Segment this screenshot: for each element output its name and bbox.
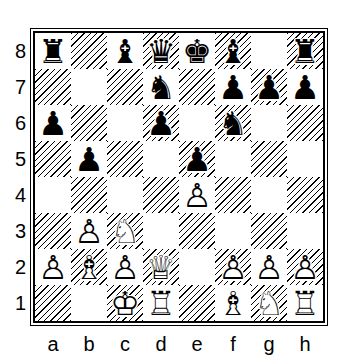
white-king-icon: ♔ xyxy=(107,285,143,321)
square-d8[interactable]: ♛♛ xyxy=(143,33,179,69)
square-g7[interactable]: ♟♟ xyxy=(251,69,287,105)
square-g8[interactable] xyxy=(251,33,287,69)
square-b3[interactable]: ♟♙ xyxy=(71,213,107,249)
white-pawn-halo: ♟ xyxy=(107,249,143,285)
white-knight-icon: ♘ xyxy=(251,285,287,321)
black-pawn-icon: ♟ xyxy=(251,69,287,105)
square-c2[interactable]: ♟♙ xyxy=(107,249,143,285)
white-knight-halo: ♞ xyxy=(251,285,287,321)
square-c3[interactable]: ♞♘ xyxy=(107,213,143,249)
square-f8[interactable]: ♝♝ xyxy=(215,33,251,69)
square-h4[interactable] xyxy=(287,177,323,213)
square-b7[interactable] xyxy=(71,69,107,105)
square-e7[interactable] xyxy=(179,69,215,105)
black-pawn-halo: ♟ xyxy=(143,105,179,141)
square-b5[interactable]: ♟♟ xyxy=(71,141,107,177)
square-h6[interactable] xyxy=(287,105,323,141)
square-d3[interactable] xyxy=(143,213,179,249)
square-d4[interactable] xyxy=(143,177,179,213)
square-c6[interactable] xyxy=(107,105,143,141)
square-c1[interactable]: ♚♔ xyxy=(107,285,143,321)
black-pawn-icon: ♟ xyxy=(287,69,323,105)
square-a5[interactable] xyxy=(35,141,71,177)
square-e5[interactable]: ♟♟ xyxy=(179,141,215,177)
black-king-halo: ♚ xyxy=(179,33,215,69)
square-d7[interactable]: ♞♞ xyxy=(143,69,179,105)
white-pawn-halo: ♟ xyxy=(251,249,287,285)
white-rook-halo: ♜ xyxy=(143,285,179,321)
white-king-halo: ♚ xyxy=(107,285,143,321)
white-pawn-icon: ♙ xyxy=(71,213,107,249)
square-g4[interactable] xyxy=(251,177,287,213)
square-f7[interactable]: ♟♟ xyxy=(215,69,251,105)
square-b8[interactable] xyxy=(71,33,107,69)
white-knight-halo: ♞ xyxy=(107,213,143,249)
file-label-d: d xyxy=(143,331,179,357)
white-pawn-icon: ♙ xyxy=(179,177,215,213)
square-b4[interactable] xyxy=(71,177,107,213)
white-rook-icon: ♖ xyxy=(287,285,323,321)
square-c7[interactable] xyxy=(107,69,143,105)
square-c5[interactable] xyxy=(107,141,143,177)
rank-label-7: 7 xyxy=(0,69,26,105)
square-h3[interactable] xyxy=(287,213,323,249)
black-pawn-icon: ♟ xyxy=(71,141,107,177)
white-pawn-halo: ♟ xyxy=(287,249,323,285)
black-pawn-icon: ♟ xyxy=(35,105,71,141)
board-inner: ♜♜♝♝♛♛♚♚♝♝♜♜♞♞♟♟♟♟♟♟♟♟♟♟♞♞♟♟♟♟♟♙♟♙♞♘♟♙♝♗… xyxy=(33,31,325,323)
square-a6[interactable]: ♟♟ xyxy=(35,105,71,141)
square-a8[interactable]: ♜♜ xyxy=(35,33,71,69)
black-knight-icon: ♞ xyxy=(215,105,251,141)
white-pawn-halo: ♟ xyxy=(215,249,251,285)
white-pawn-halo: ♟ xyxy=(71,213,107,249)
black-pawn-icon: ♟ xyxy=(179,141,215,177)
white-pawn-icon: ♙ xyxy=(287,249,323,285)
black-rook-icon: ♜ xyxy=(287,33,323,69)
board: ♜♜♝♝♛♛♚♚♝♝♜♜♞♞♟♟♟♟♟♟♟♟♟♟♞♞♟♟♟♟♟♙♟♙♞♘♟♙♝♗… xyxy=(35,33,323,321)
square-a1[interactable] xyxy=(35,285,71,321)
square-c4[interactable] xyxy=(107,177,143,213)
white-bishop-icon: ♗ xyxy=(215,285,251,321)
rank-label-6: 6 xyxy=(0,105,26,141)
black-rook-icon: ♜ xyxy=(35,33,71,69)
square-e8[interactable]: ♚♚ xyxy=(179,33,215,69)
file-label-g: g xyxy=(251,331,287,357)
square-b6[interactable] xyxy=(71,105,107,141)
square-h1[interactable]: ♜♖ xyxy=(287,285,323,321)
black-pawn-halo: ♟ xyxy=(287,69,323,105)
rank-label-3: 3 xyxy=(0,213,26,249)
square-e3[interactable] xyxy=(179,213,215,249)
square-f6[interactable]: ♞♞ xyxy=(215,105,251,141)
black-knight-halo: ♞ xyxy=(215,105,251,141)
square-e4[interactable]: ♟♙ xyxy=(179,177,215,213)
black-king-icon: ♚ xyxy=(179,33,215,69)
black-pawn-icon: ♟ xyxy=(143,105,179,141)
black-bishop-icon: ♝ xyxy=(215,33,251,69)
white-rook-halo: ♜ xyxy=(287,285,323,321)
white-pawn-icon: ♙ xyxy=(251,249,287,285)
file-labels: abcdefgh xyxy=(35,331,323,357)
square-a4[interactable] xyxy=(35,177,71,213)
square-h8[interactable]: ♜♜ xyxy=(287,33,323,69)
square-a2[interactable]: ♟♙ xyxy=(35,249,71,285)
square-d2[interactable]: ♛♕ xyxy=(143,249,179,285)
rank-label-5: 5 xyxy=(0,141,26,177)
rank-label-8: 8 xyxy=(0,33,26,69)
white-queen-icon: ♕ xyxy=(143,249,179,285)
black-pawn-halo: ♟ xyxy=(35,105,71,141)
white-pawn-icon: ♙ xyxy=(107,249,143,285)
black-queen-halo: ♛ xyxy=(143,33,179,69)
black-knight-icon: ♞ xyxy=(143,69,179,105)
square-f3[interactable] xyxy=(215,213,251,249)
square-a7[interactable] xyxy=(35,69,71,105)
file-label-h: h xyxy=(287,331,323,357)
white-pawn-halo: ♟ xyxy=(179,177,215,213)
black-pawn-halo: ♟ xyxy=(215,69,251,105)
square-f5[interactable] xyxy=(215,141,251,177)
square-c8[interactable]: ♝♝ xyxy=(107,33,143,69)
black-queen-icon: ♛ xyxy=(143,33,179,69)
square-g1[interactable]: ♞♘ xyxy=(251,285,287,321)
square-g2[interactable]: ♟♙ xyxy=(251,249,287,285)
square-b2[interactable]: ♝♗ xyxy=(71,249,107,285)
file-label-a: a xyxy=(35,331,71,357)
file-label-f: f xyxy=(215,331,251,357)
white-pawn-icon: ♙ xyxy=(35,249,71,285)
file-label-e: e xyxy=(179,331,215,357)
rank-label-2: 2 xyxy=(0,249,26,285)
square-h2[interactable]: ♟♙ xyxy=(287,249,323,285)
square-d1[interactable]: ♜♖ xyxy=(143,285,179,321)
black-pawn-halo: ♟ xyxy=(71,141,107,177)
black-bishop-halo: ♝ xyxy=(215,33,251,69)
white-bishop-icon: ♗ xyxy=(71,249,107,285)
square-f1[interactable]: ♝♗ xyxy=(215,285,251,321)
black-bishop-halo: ♝ xyxy=(107,33,143,69)
white-rook-icon: ♖ xyxy=(143,285,179,321)
chess-diagram: 87654321 ♜♜♝♝♛♛♚♚♝♝♜♜♞♞♟♟♟♟♟♟♟♟♟♟♞♞♟♟♟♟♟… xyxy=(0,0,360,360)
file-label-b: b xyxy=(71,331,107,357)
white-bishop-halo: ♝ xyxy=(215,285,251,321)
square-e6[interactable] xyxy=(179,105,215,141)
black-rook-halo: ♜ xyxy=(35,33,71,69)
white-pawn-halo: ♟ xyxy=(35,249,71,285)
square-e2[interactable] xyxy=(179,249,215,285)
rank-labels: 87654321 xyxy=(0,33,26,321)
square-g5[interactable] xyxy=(251,141,287,177)
square-e1[interactable] xyxy=(179,285,215,321)
rank-label-4: 4 xyxy=(0,177,26,213)
white-pawn-icon: ♙ xyxy=(215,249,251,285)
square-g3[interactable] xyxy=(251,213,287,249)
rank-label-1: 1 xyxy=(0,285,26,321)
square-d5[interactable] xyxy=(143,141,179,177)
square-b1[interactable] xyxy=(71,285,107,321)
white-queen-halo: ♛ xyxy=(143,249,179,285)
black-bishop-icon: ♝ xyxy=(107,33,143,69)
square-d6[interactable]: ♟♟ xyxy=(143,105,179,141)
square-h5[interactable] xyxy=(287,141,323,177)
black-pawn-halo: ♟ xyxy=(251,69,287,105)
white-knight-icon: ♘ xyxy=(107,213,143,249)
file-label-c: c xyxy=(107,331,143,357)
square-f2[interactable]: ♟♙ xyxy=(215,249,251,285)
square-h7[interactable]: ♟♟ xyxy=(287,69,323,105)
square-g6[interactable] xyxy=(251,105,287,141)
black-pawn-icon: ♟ xyxy=(215,69,251,105)
white-bishop-halo: ♝ xyxy=(71,249,107,285)
black-knight-halo: ♞ xyxy=(143,69,179,105)
square-a3[interactable] xyxy=(35,213,71,249)
square-f4[interactable] xyxy=(215,177,251,213)
board-frame: ♜♜♝♝♛♛♚♚♝♝♜♜♞♞♟♟♟♟♟♟♟♟♟♟♞♞♟♟♟♟♟♙♟♙♞♘♟♙♝♗… xyxy=(30,28,328,326)
black-rook-halo: ♜ xyxy=(287,33,323,69)
black-pawn-halo: ♟ xyxy=(179,141,215,177)
